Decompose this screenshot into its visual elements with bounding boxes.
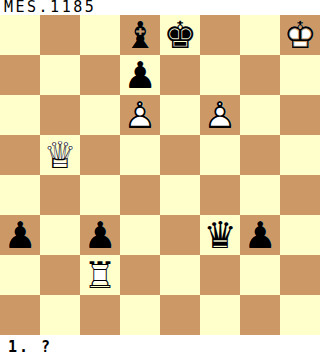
square-g5[interactable] (240, 135, 280, 175)
square-g7[interactable] (240, 55, 280, 95)
square-h1[interactable] (280, 295, 320, 335)
square-e7[interactable] (160, 55, 200, 95)
black-bishop: ♝ (120, 15, 160, 55)
white-rook: ♖ (80, 255, 120, 295)
move-prompt: 1. ? (0, 335, 320, 360)
square-e1[interactable] (160, 295, 200, 335)
square-g6[interactable] (240, 95, 280, 135)
square-b7[interactable] (40, 55, 80, 95)
square-a6[interactable] (0, 95, 40, 135)
square-f6[interactable]: ♟♙ (200, 95, 240, 135)
square-f7[interactable] (200, 55, 240, 95)
square-f1[interactable] (200, 295, 240, 335)
black-bishop-fill: ♝ (120, 15, 160, 55)
square-h3[interactable] (280, 215, 320, 255)
black-pawn-fill: ♟ (80, 215, 120, 255)
square-f8[interactable] (200, 15, 240, 55)
square-f5[interactable] (200, 135, 240, 175)
chess-board: ♝♝♚♚♚♔♟♟♟♙♟♙♛♕♟♟♟♟♛♛♟♟♜♖ (0, 15, 320, 335)
white-rook-fill: ♜ (80, 255, 120, 295)
white-queen: ♕ (40, 135, 80, 175)
square-f4[interactable] (200, 175, 240, 215)
square-g1[interactable] (240, 295, 280, 335)
square-d3[interactable] (120, 215, 160, 255)
square-c4[interactable] (80, 175, 120, 215)
square-g4[interactable] (240, 175, 280, 215)
square-b4[interactable] (40, 175, 80, 215)
square-a3[interactable]: ♟♟ (0, 215, 40, 255)
white-pawn: ♙ (120, 95, 160, 135)
square-e3[interactable] (160, 215, 200, 255)
square-d5[interactable] (120, 135, 160, 175)
square-b6[interactable] (40, 95, 80, 135)
square-d8[interactable]: ♝♝ (120, 15, 160, 55)
square-a7[interactable] (0, 55, 40, 95)
black-king: ♚ (160, 15, 200, 55)
square-e5[interactable] (160, 135, 200, 175)
square-d7[interactable]: ♟♟ (120, 55, 160, 95)
square-c3[interactable]: ♟♟ (80, 215, 120, 255)
square-e2[interactable] (160, 255, 200, 295)
black-pawn: ♟ (0, 215, 40, 255)
square-a4[interactable] (0, 175, 40, 215)
white-pawn-fill: ♟ (200, 95, 240, 135)
square-f2[interactable] (200, 255, 240, 295)
black-pawn-fill: ♟ (0, 215, 40, 255)
square-a5[interactable] (0, 135, 40, 175)
square-b2[interactable] (40, 255, 80, 295)
square-c8[interactable] (80, 15, 120, 55)
square-d6[interactable]: ♟♙ (120, 95, 160, 135)
square-b1[interactable] (40, 295, 80, 335)
square-c1[interactable] (80, 295, 120, 335)
square-c5[interactable] (80, 135, 120, 175)
square-h7[interactable] (280, 55, 320, 95)
white-queen-fill: ♛ (40, 135, 80, 175)
square-c2[interactable]: ♜♖ (80, 255, 120, 295)
black-pawn: ♟ (240, 215, 280, 255)
square-h8[interactable]: ♚♔ (280, 15, 320, 55)
square-g8[interactable] (240, 15, 280, 55)
white-king: ♔ (280, 15, 320, 55)
white-pawn-fill: ♟ (120, 95, 160, 135)
square-h4[interactable] (280, 175, 320, 215)
square-a8[interactable] (0, 15, 40, 55)
square-d4[interactable] (120, 175, 160, 215)
black-pawn: ♟ (120, 55, 160, 95)
square-e6[interactable] (160, 95, 200, 135)
black-queen-fill: ♛ (200, 215, 240, 255)
square-h6[interactable] (280, 95, 320, 135)
square-h5[interactable] (280, 135, 320, 175)
square-c6[interactable] (80, 95, 120, 135)
black-pawn: ♟ (80, 215, 120, 255)
square-g2[interactable] (240, 255, 280, 295)
square-f3[interactable]: ♛♛ (200, 215, 240, 255)
square-g3[interactable]: ♟♟ (240, 215, 280, 255)
square-b3[interactable] (40, 215, 80, 255)
black-queen: ♛ (200, 215, 240, 255)
square-b5[interactable]: ♛♕ (40, 135, 80, 175)
square-h2[interactable] (280, 255, 320, 295)
square-d2[interactable] (120, 255, 160, 295)
square-d1[interactable] (120, 295, 160, 335)
white-king-fill: ♚ (280, 15, 320, 55)
square-c7[interactable] (80, 55, 120, 95)
square-a2[interactable] (0, 255, 40, 295)
black-king-fill: ♚ (160, 15, 200, 55)
black-pawn-fill: ♟ (120, 55, 160, 95)
black-pawn-fill: ♟ (240, 215, 280, 255)
white-pawn: ♙ (200, 95, 240, 135)
square-a1[interactable] (0, 295, 40, 335)
problem-id: MES.1185 (0, 0, 320, 15)
square-e4[interactable] (160, 175, 200, 215)
square-b8[interactable] (40, 15, 80, 55)
square-e8[interactable]: ♚♚ (160, 15, 200, 55)
